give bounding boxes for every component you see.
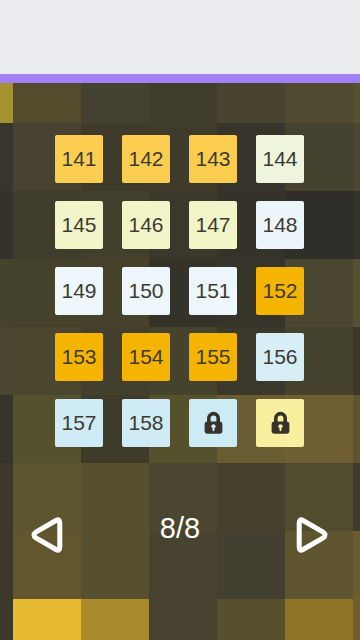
level-number: 153 — [61, 345, 96, 369]
level-number: 148 — [262, 213, 297, 237]
level-tile-142[interactable]: 142 — [122, 135, 170, 183]
level-number: 146 — [128, 213, 163, 237]
level-tile-147[interactable]: 147 — [189, 201, 237, 249]
mosaic-cell — [353, 123, 360, 191]
mosaic-cell — [149, 599, 217, 640]
level-number: 156 — [262, 345, 297, 369]
mosaic-cell — [353, 259, 360, 327]
mosaic-cell — [0, 531, 13, 599]
locked-level-tile[interactable] — [189, 399, 237, 447]
level-tile-154[interactable]: 154 — [122, 333, 170, 381]
next-page-button[interactable] — [290, 512, 330, 558]
level-number: 155 — [195, 345, 230, 369]
level-tile-145[interactable]: 145 — [55, 201, 103, 249]
level-tile-146[interactable]: 146 — [122, 201, 170, 249]
level-tile-158[interactable]: 158 — [122, 399, 170, 447]
mosaic-cell — [353, 531, 360, 599]
level-number: 151 — [195, 279, 230, 303]
level-tile-155[interactable]: 155 — [189, 333, 237, 381]
prev-page-button[interactable] — [29, 512, 69, 558]
next-arrow-icon — [290, 546, 330, 561]
level-number: 154 — [128, 345, 163, 369]
mosaic-cell — [217, 599, 285, 640]
mosaic-cell — [0, 599, 13, 640]
level-tile-152[interactable]: 152 — [256, 267, 304, 315]
mosaic-cell — [81, 599, 149, 640]
level-number: 152 — [262, 279, 297, 303]
mosaic-cell — [0, 259, 13, 327]
page-indicator: 8/8 — [130, 510, 230, 546]
mosaic-cell — [353, 463, 360, 531]
level-number: 157 — [61, 411, 96, 435]
mosaic-cell — [0, 463, 13, 531]
level-number: 142 — [128, 147, 163, 171]
locked-level-tile[interactable] — [256, 399, 304, 447]
lock-icon — [266, 408, 295, 438]
mosaic-cell — [285, 599, 353, 640]
level-number: 149 — [61, 279, 96, 303]
mosaic-cell — [353, 395, 360, 463]
mosaic-cell — [0, 395, 13, 463]
header-accent-bar — [0, 74, 360, 83]
level-number: 150 — [128, 279, 163, 303]
level-tile-141[interactable]: 141 — [55, 135, 103, 183]
level-number: 141 — [61, 147, 96, 171]
level-number: 147 — [195, 213, 230, 237]
level-tile-156[interactable]: 156 — [256, 333, 304, 381]
mosaic-cell — [13, 599, 81, 640]
mosaic-cell — [353, 599, 360, 640]
mosaic-cell — [0, 123, 13, 191]
mosaic-cell — [353, 191, 360, 259]
header — [0, 0, 360, 74]
level-tile-144[interactable]: 144 — [256, 135, 304, 183]
level-tile-150[interactable]: 150 — [122, 267, 170, 315]
level-tile-149[interactable]: 149 — [55, 267, 103, 315]
mosaic-cell — [353, 327, 360, 395]
level-tile-157[interactable]: 157 — [55, 399, 103, 447]
mosaic-cell — [0, 191, 13, 259]
level-number: 143 — [195, 147, 230, 171]
level-number: 145 — [61, 213, 96, 237]
level-number: 158 — [128, 411, 163, 435]
level-tile-143[interactable]: 143 — [189, 135, 237, 183]
lock-icon — [199, 408, 228, 438]
level-tile-151[interactable]: 151 — [189, 267, 237, 315]
level-tile-153[interactable]: 153 — [55, 333, 103, 381]
level-tile-148[interactable]: 148 — [256, 201, 304, 249]
prev-arrow-icon — [29, 546, 69, 561]
mosaic-cell — [0, 327, 13, 395]
level-grid: 1411421431441451461471481491501511521531… — [55, 135, 304, 447]
level-number: 144 — [262, 147, 297, 171]
